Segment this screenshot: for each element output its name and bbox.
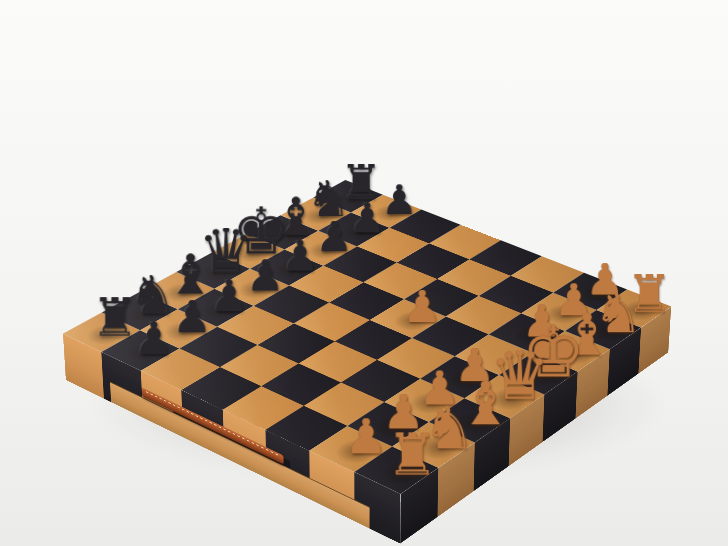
piece-white-pawn-a2[interactable]: ♟ <box>345 418 388 456</box>
piece-black-pawn-g7[interactable]: ♟ <box>349 202 386 234</box>
piece-black-pawn-b7[interactable]: ♟ <box>172 300 212 335</box>
piece-white-pawn-e4[interactable]: ♟ <box>403 290 443 324</box>
piece-black-pawn-e7[interactable]: ♟ <box>281 240 319 273</box>
piece-black-rook-a8[interactable]: ♜ <box>91 297 138 338</box>
piece-black-pawn-a7[interactable]: ♟ <box>134 321 174 356</box>
chess-board: ♜♞♝♛♚♝♞♜♟♟♟♟♟♟♟♟♟♟♟♟♟♟♟♟♜♞♝♛♚♝♞♜ <box>63 180 672 494</box>
piece-black-pawn-c7[interactable]: ♟ <box>210 279 249 313</box>
piece-black-pawn-h7[interactable]: ♟ <box>381 184 418 216</box>
piece-black-pawn-f7[interactable]: ♟ <box>315 221 353 254</box>
board-grid: ♜♞♝♛♚♝♞♜♟♟♟♟♟♟♟♟♟♟♟♟♟♟♟♟♜♞♝♛♚♝♞♜ <box>63 180 672 494</box>
scene: ♜♞♝♛♚♝♞♜♟♟♟♟♟♟♟♟♟♟♟♟♟♟♟♟♜♞♝♛♚♝♞♜ <box>0 0 728 546</box>
piece-white-rook-a1[interactable]: ♜ <box>386 432 438 477</box>
piece-black-pawn-d7[interactable]: ♟ <box>246 259 285 293</box>
product-photo-background: ♜♞♝♛♚♝♞♜♟♟♟♟♟♟♟♟♟♟♟♟♟♟♟♟♜♞♝♛♚♝♞♜ <box>0 0 728 546</box>
